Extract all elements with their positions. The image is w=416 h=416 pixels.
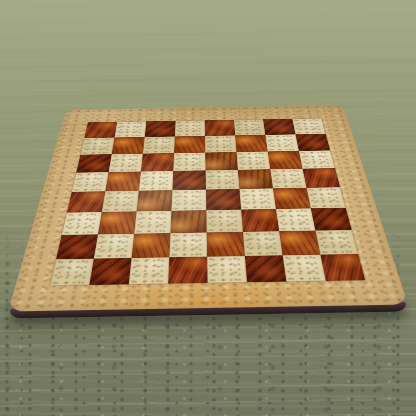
square-b6[interactable] [109, 154, 143, 172]
square-a3[interactable] [62, 212, 102, 235]
square-d1[interactable] [168, 257, 207, 284]
square-c5[interactable] [139, 171, 173, 191]
square-b4[interactable] [102, 191, 139, 212]
square-h2[interactable] [315, 230, 358, 255]
square-g1[interactable] [283, 255, 326, 282]
square-e8[interactable] [205, 120, 235, 136]
square-a5[interactable] [72, 172, 109, 192]
square-a1[interactable] [50, 259, 94, 286]
square-c2[interactable] [132, 233, 171, 258]
square-b8[interactable] [115, 121, 147, 137]
table-surface [0, 0, 416, 416]
square-h6[interactable] [299, 150, 335, 168]
square-e3[interactable] [206, 210, 243, 233]
square-a7[interactable] [80, 138, 114, 155]
square-f1[interactable] [245, 255, 287, 282]
square-e1[interactable] [207, 256, 247, 283]
square-e5[interactable] [206, 170, 240, 190]
square-g4[interactable] [273, 188, 311, 209]
square-f6[interactable] [236, 151, 270, 169]
square-d7[interactable] [174, 136, 205, 153]
square-b1[interactable] [89, 258, 131, 285]
board-frame [8, 105, 408, 311]
square-b5[interactable] [105, 172, 141, 192]
square-d4[interactable] [171, 190, 206, 211]
square-g5[interactable] [270, 169, 306, 189]
square-a6[interactable] [76, 154, 111, 172]
square-g8[interactable] [263, 119, 295, 135]
square-e2[interactable] [207, 232, 245, 257]
square-c6[interactable] [141, 153, 174, 171]
square-e4[interactable] [206, 189, 241, 210]
square-f8[interactable] [234, 119, 265, 135]
square-c3[interactable] [134, 211, 171, 234]
square-h3[interactable] [311, 208, 352, 231]
square-h4[interactable] [307, 187, 346, 208]
square-h5[interactable] [303, 168, 340, 188]
square-d2[interactable] [169, 232, 207, 257]
square-h7[interactable] [295, 134, 330, 151]
square-h8[interactable] [292, 118, 325, 134]
square-g3[interactable] [276, 208, 315, 231]
square-d5[interactable] [172, 170, 206, 190]
square-d3[interactable] [170, 210, 206, 233]
square-b2[interactable] [94, 234, 134, 259]
square-c7[interactable] [143, 136, 175, 153]
square-d8[interactable] [175, 120, 205, 136]
square-f5[interactable] [238, 169, 273, 189]
square-g2[interactable] [279, 231, 320, 256]
square-g7[interactable] [265, 134, 299, 151]
square-e6[interactable] [205, 152, 238, 170]
square-f7[interactable] [235, 135, 268, 152]
square-a8[interactable] [84, 122, 117, 138]
square-d6[interactable] [173, 153, 205, 171]
square-c8[interactable] [145, 121, 176, 137]
square-b7[interactable] [112, 137, 145, 154]
square-g6[interactable] [268, 151, 303, 169]
square-c4[interactable] [137, 190, 173, 211]
board-grid[interactable] [50, 118, 365, 285]
board-perspective-wrap [8, 105, 408, 311]
square-f4[interactable] [239, 188, 275, 209]
square-c1[interactable] [129, 257, 170, 284]
square-f3[interactable] [241, 209, 279, 232]
square-f2[interactable] [243, 231, 283, 256]
square-e7[interactable] [205, 135, 236, 152]
chess-board[interactable] [1, 0, 408, 311]
square-h1[interactable] [320, 254, 365, 281]
square-a2[interactable] [56, 234, 98, 259]
square-b3[interactable] [98, 211, 137, 234]
square-a4[interactable] [67, 191, 105, 212]
